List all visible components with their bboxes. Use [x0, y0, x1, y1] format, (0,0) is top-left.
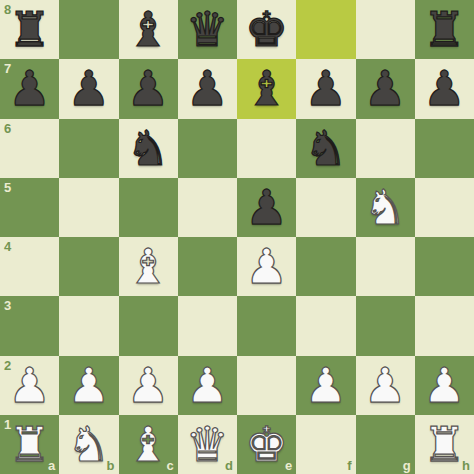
square-h8[interactable]: ♜ — [415, 0, 474, 59]
square-d6[interactable] — [178, 119, 237, 178]
square-f7[interactable]: ♟ — [296, 59, 355, 118]
rank-label-6: 6 — [4, 122, 11, 135]
square-g8[interactable] — [356, 0, 415, 59]
square-d8[interactable]: ♛ — [178, 0, 237, 59]
square-g5[interactable]: ♞ — [356, 178, 415, 237]
black-bishop[interactable]: ♝ — [245, 59, 288, 118]
square-c6[interactable]: ♞ — [119, 119, 178, 178]
black-pawn[interactable]: ♟ — [127, 59, 170, 118]
chess-board-container: 8♜♝♛♚♜7♟♟♟♟♝♟♟♟6♞♞5♟♞4♝♟32♟♟♟♟♟♟♟1a♜b♞c♝… — [0, 0, 474, 474]
square-f4[interactable] — [296, 237, 355, 296]
file-label-d: d — [225, 459, 233, 472]
rank-label-7: 7 — [4, 62, 11, 75]
square-f3[interactable] — [296, 296, 355, 355]
square-c4[interactable]: ♝ — [119, 237, 178, 296]
square-c5[interactable] — [119, 178, 178, 237]
rank-label-4: 4 — [4, 240, 11, 253]
square-g6[interactable] — [356, 119, 415, 178]
square-h5[interactable] — [415, 178, 474, 237]
white-pawn[interactable]: ♟ — [67, 356, 110, 415]
square-a7[interactable]: 7♟ — [0, 59, 59, 118]
square-d2[interactable]: ♟ — [178, 356, 237, 415]
file-label-f: f — [347, 459, 351, 472]
white-knight[interactable]: ♞ — [364, 178, 407, 237]
square-a6[interactable]: 6 — [0, 119, 59, 178]
black-pawn[interactable]: ♟ — [245, 178, 288, 237]
square-b2[interactable]: ♟ — [59, 356, 118, 415]
square-c7[interactable]: ♟ — [119, 59, 178, 118]
black-queen[interactable]: ♛ — [186, 0, 229, 59]
square-a1[interactable]: 1a♜ — [0, 415, 59, 474]
black-pawn[interactable]: ♟ — [423, 59, 466, 118]
square-d3[interactable] — [178, 296, 237, 355]
white-queen[interactable]: ♛ — [186, 415, 229, 474]
square-a4[interactable]: 4 — [0, 237, 59, 296]
white-pawn[interactable]: ♟ — [8, 356, 51, 415]
file-label-h: h — [462, 459, 470, 472]
white-king[interactable]: ♚ — [245, 415, 288, 474]
square-e4[interactable]: ♟ — [237, 237, 296, 296]
square-b5[interactable] — [59, 178, 118, 237]
square-h2[interactable]: ♟ — [415, 356, 474, 415]
square-a8[interactable]: 8♜ — [0, 0, 59, 59]
black-bishop[interactable]: ♝ — [127, 0, 170, 59]
square-a2[interactable]: 2♟ — [0, 356, 59, 415]
square-b1[interactable]: b♞ — [59, 415, 118, 474]
white-bishop[interactable]: ♝ — [127, 237, 170, 296]
white-bishop[interactable]: ♝ — [127, 415, 170, 474]
square-c2[interactable]: ♟ — [119, 356, 178, 415]
white-pawn[interactable]: ♟ — [245, 237, 288, 296]
black-king[interactable]: ♚ — [245, 0, 288, 59]
square-g1[interactable]: g — [356, 415, 415, 474]
square-b8[interactable] — [59, 0, 118, 59]
square-c1[interactable]: c♝ — [119, 415, 178, 474]
square-e5[interactable]: ♟ — [237, 178, 296, 237]
square-f2[interactable]: ♟ — [296, 356, 355, 415]
square-e2[interactable] — [237, 356, 296, 415]
black-pawn[interactable]: ♟ — [67, 59, 110, 118]
square-b7[interactable]: ♟ — [59, 59, 118, 118]
rank-label-3: 3 — [4, 299, 11, 312]
square-d1[interactable]: d♛ — [178, 415, 237, 474]
file-label-c: c — [167, 459, 174, 472]
square-f8[interactable] — [296, 0, 355, 59]
square-d5[interactable] — [178, 178, 237, 237]
black-pawn[interactable]: ♟ — [186, 59, 229, 118]
square-a5[interactable]: 5 — [0, 178, 59, 237]
square-b4[interactable] — [59, 237, 118, 296]
file-label-a: a — [48, 459, 55, 472]
white-pawn[interactable]: ♟ — [186, 356, 229, 415]
black-pawn[interactable]: ♟ — [8, 59, 51, 118]
white-pawn[interactable]: ♟ — [127, 356, 170, 415]
square-g2[interactable]: ♟ — [356, 356, 415, 415]
white-pawn[interactable]: ♟ — [304, 356, 347, 415]
square-e3[interactable] — [237, 296, 296, 355]
rank-label-2: 2 — [4, 359, 11, 372]
rank-label-5: 5 — [4, 181, 11, 194]
square-e8[interactable]: ♚ — [237, 0, 296, 59]
square-f6[interactable]: ♞ — [296, 119, 355, 178]
black-knight[interactable]: ♞ — [127, 119, 170, 178]
file-label-e: e — [285, 459, 292, 472]
black-rook[interactable]: ♜ — [8, 0, 51, 59]
file-label-b: b — [107, 459, 115, 472]
square-f5[interactable] — [296, 178, 355, 237]
square-h7[interactable]: ♟ — [415, 59, 474, 118]
black-rook[interactable]: ♜ — [423, 0, 466, 59]
white-pawn[interactable]: ♟ — [364, 356, 407, 415]
square-h6[interactable] — [415, 119, 474, 178]
white-rook[interactable]: ♜ — [8, 415, 51, 474]
black-knight[interactable]: ♞ — [304, 119, 347, 178]
square-d7[interactable]: ♟ — [178, 59, 237, 118]
chess-board: 8♜♝♛♚♜7♟♟♟♟♝♟♟♟6♞♞5♟♞4♝♟32♟♟♟♟♟♟♟1a♜b♞c♝… — [0, 0, 474, 474]
square-g3[interactable] — [356, 296, 415, 355]
square-a3[interactable]: 3 — [0, 296, 59, 355]
square-h3[interactable] — [415, 296, 474, 355]
square-c3[interactable] — [119, 296, 178, 355]
rank-label-8: 8 — [4, 3, 11, 16]
square-b3[interactable] — [59, 296, 118, 355]
square-h4[interactable] — [415, 237, 474, 296]
rank-label-1: 1 — [4, 418, 11, 431]
square-e6[interactable] — [237, 119, 296, 178]
square-g4[interactable] — [356, 237, 415, 296]
file-label-g: g — [403, 459, 411, 472]
square-g7[interactable]: ♟ — [356, 59, 415, 118]
square-b6[interactable] — [59, 119, 118, 178]
white-pawn[interactable]: ♟ — [423, 356, 466, 415]
black-pawn[interactable]: ♟ — [304, 59, 347, 118]
square-h1[interactable]: h♜ — [415, 415, 474, 474]
square-c8[interactable]: ♝ — [119, 0, 178, 59]
square-e1[interactable]: e♚ — [237, 415, 296, 474]
square-e7[interactable]: ♝ — [237, 59, 296, 118]
white-knight[interactable]: ♞ — [67, 415, 110, 474]
square-f1[interactable]: f — [296, 415, 355, 474]
black-pawn[interactable]: ♟ — [364, 59, 407, 118]
white-rook[interactable]: ♜ — [423, 415, 466, 474]
square-d4[interactable] — [178, 237, 237, 296]
